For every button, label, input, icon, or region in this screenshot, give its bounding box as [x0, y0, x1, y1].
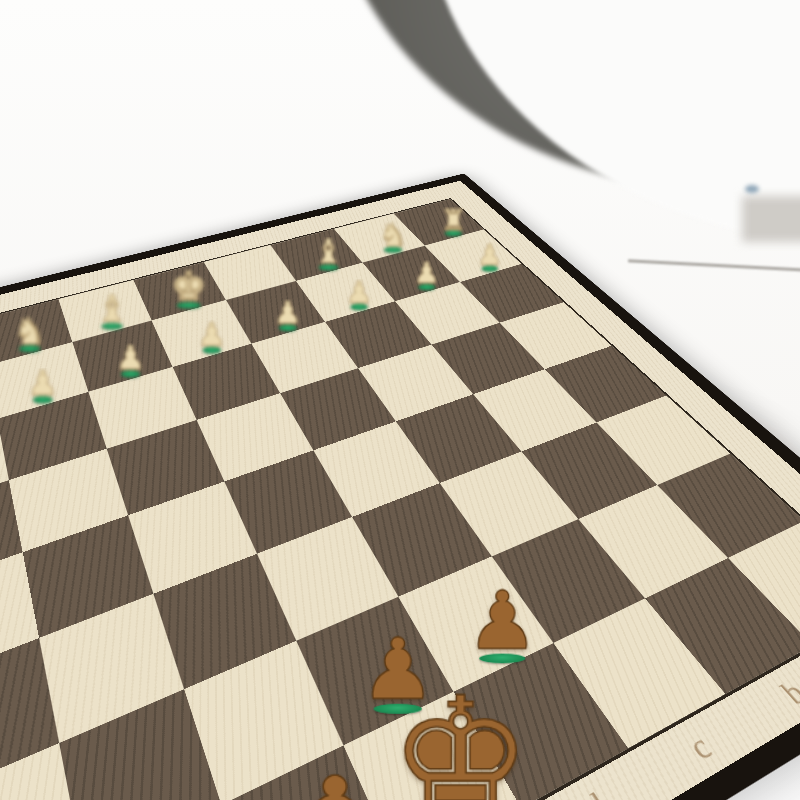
piece-white-pawn: ♟	[477, 242, 502, 271]
bishop-glyph: ♝	[95, 293, 128, 327]
piece-black-queen: ♛	[0, 568, 20, 658]
pawn-glyph: ♟	[28, 368, 59, 399]
table-edge	[628, 259, 800, 271]
pawn-glyph: ♟	[413, 260, 439, 287]
table-surface	[742, 196, 800, 242]
board-border: 12345678 hgfedcba ♜♞♝♚♝♞♜♟♟♟♟♟♟♟♟♛♛♟♟♟♜♞…	[0, 181, 800, 800]
background-detail	[745, 185, 759, 193]
queen-glyph: ♛	[0, 494, 1, 563]
piece-white-knight: ♞	[379, 221, 407, 253]
bishop-glyph: ♝	[314, 237, 344, 268]
king-glyph: ♚	[170, 268, 207, 306]
knight-glyph: ♞	[13, 314, 46, 348]
piece-white-rook: ♜	[440, 207, 466, 237]
pawn-glyph: ♟	[466, 584, 538, 658]
piece-white-pawn: ♟	[413, 260, 439, 290]
piece-white-bishop: ♝	[95, 293, 128, 330]
pawn-glyph: ♟	[346, 279, 373, 306]
piece-white-pawn: ♟	[28, 368, 59, 403]
piece-white-pawn: ♟	[197, 320, 226, 353]
piece-white-knight: ♞	[13, 314, 46, 352]
piece-white-pawn: ♟	[346, 279, 373, 310]
bishop-glyph: ♝	[269, 765, 400, 800]
square-h5: ♛	[0, 552, 39, 686]
board-rim: 12345678 hgfedcba ♜♞♝♚♝♞♜♟♟♟♟♟♟♟♟♛♛♟♟♟♜♞…	[0, 173, 800, 800]
king-glyph: ♚	[389, 683, 531, 800]
piece-black-pawn: ♟	[466, 584, 538, 663]
board-grid: ♜♞♝♚♝♞♜♟♟♟♟♟♟♟♟♛♛♟♟♟♜♞♝♚	[0, 198, 800, 800]
photo-scene: 12345678 hgfedcba ♜♞♝♚♝♞♜♟♟♟♟♟♟♟♟♛♛♟♟♟♜♞…	[0, 0, 800, 800]
piece-black-bishop: ♝	[269, 765, 400, 800]
queen-glyph: ♛	[0, 568, 20, 653]
square-g4	[9, 449, 128, 552]
pawn-glyph: ♟	[197, 320, 226, 349]
chess-board: 12345678 hgfedcba ♜♞♝♚♝♞♜♟♟♟♟♟♟♟♟♛♛♟♟♟♜♞…	[0, 173, 800, 800]
pawn-glyph: ♟	[274, 299, 302, 327]
knight-glyph: ♞	[379, 221, 407, 250]
rook-glyph: ♜	[440, 207, 466, 234]
piece-white-pawn: ♟	[274, 299, 302, 331]
piece-white-pawn: ♟	[115, 343, 144, 377]
piece-white-bishop: ♝	[314, 237, 344, 271]
pawn-glyph: ♟	[477, 242, 502, 268]
piece-white-king: ♚	[170, 268, 207, 309]
piece-black-king: ♚	[389, 683, 531, 800]
pawn-glyph: ♟	[115, 343, 144, 373]
